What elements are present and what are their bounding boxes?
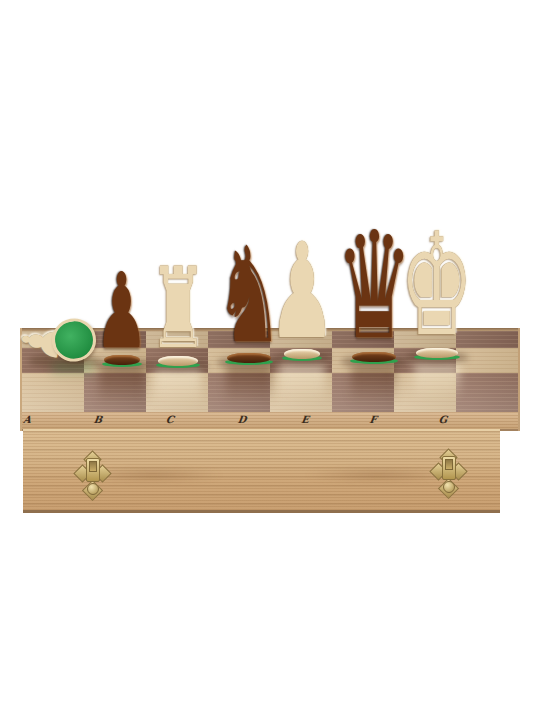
file-label-a: A [22,414,31,425]
file-label-d: D [237,414,247,425]
latch-hasp-slot [89,461,97,472]
reflection-dark-pawn [99,368,145,406]
file-label-f: F [369,414,378,425]
piece-glyph: ♚ [400,214,474,356]
brass-latch-left [75,452,109,504]
file-label-b: B [93,414,103,425]
reflection-white-pawn [279,364,325,402]
latch-hasp-slot [445,459,453,470]
brass-latch-right [431,450,465,502]
piece-glyph: ♟ [95,259,149,363]
file-label-c: C [165,414,175,425]
reflection-white-king [414,363,460,401]
file-label-e: E [300,414,309,425]
square-h1 [456,373,518,412]
piece-glyph: ♟ [268,225,337,357]
latch-knob [87,483,99,495]
chess-set-photo: A B C D E F G ♟ ♟ ♜ ♞ [0,0,540,720]
square-a1 [22,373,84,412]
file-label-g: G [438,414,448,425]
latch-knob [443,481,455,493]
reflection-white-rook [155,368,201,406]
piece-glyph: ♜ [149,252,207,364]
